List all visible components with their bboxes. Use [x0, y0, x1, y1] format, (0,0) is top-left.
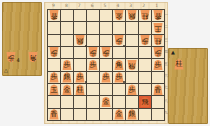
sente-piece-歩-1e[interactable]: 歩: [153, 60, 163, 71]
piece-kanji: 歩: [51, 72, 58, 82]
piece-kanji: 歩: [116, 72, 123, 82]
square-8e[interactable]: 歩: [61, 59, 73, 70]
file-coordinates: 987654321: [47, 3, 163, 8]
square-8d[interactable]: [61, 47, 73, 58]
square-4b[interactable]: [113, 22, 125, 33]
square-6g[interactable]: [87, 84, 99, 95]
shogi-kifu-viewer: 歩4角 △ 987654321 一二三四五六七八九 香金銀桂香王銀歩歩桂歩歩歩歩…: [0, 0, 210, 126]
square-4g[interactable]: [113, 84, 125, 95]
file-label-2: 2: [137, 3, 150, 8]
sente-piece-香-1g[interactable]: 香: [153, 84, 163, 95]
hoshi-dot: [123, 45, 125, 47]
sente-piece-桂-7g[interactable]: 桂: [75, 84, 85, 95]
piece-kanji: 銀: [77, 35, 84, 45]
square-9b[interactable]: [48, 22, 60, 33]
file-label-5: 5: [99, 3, 112, 8]
square-9f[interactable]: 歩: [48, 72, 60, 83]
gote-piece-stand: 歩4角 △: [2, 2, 42, 76]
file-label-9: 9: [47, 3, 60, 8]
piece-kanji: 王: [155, 23, 162, 33]
piece-kanji: 桂: [176, 59, 183, 69]
square-8c[interactable]: [61, 35, 73, 46]
square-1c[interactable]: 桂: [152, 35, 164, 46]
square-6b[interactable]: [87, 22, 99, 33]
square-2i[interactable]: [139, 109, 151, 120]
square-7i[interactable]: [74, 109, 86, 120]
square-7e[interactable]: [74, 59, 86, 70]
square-2a[interactable]: 桂: [139, 10, 151, 21]
file-label-3: 3: [124, 3, 137, 8]
sente-side-marker-icon: ▲: [171, 50, 175, 55]
sente-piece-歩-3g[interactable]: 歩: [127, 84, 137, 95]
sente-piece-歩-5f[interactable]: 歩: [101, 72, 111, 83]
square-9d[interactable]: 歩: [48, 47, 60, 58]
square-1f[interactable]: [152, 72, 164, 83]
square-9g[interactable]: 玉: [48, 84, 60, 95]
piece-kanji: 歩: [155, 60, 162, 70]
gote-piece-香-9a[interactable]: 香: [49, 10, 59, 21]
piece-kanji: 飛: [142, 97, 149, 107]
square-4i[interactable]: 金: [113, 109, 125, 120]
piece-kanji: 金: [116, 11, 123, 21]
square-7d[interactable]: [74, 47, 86, 58]
square-3e[interactable]: 飛: [126, 59, 138, 70]
square-3f[interactable]: [126, 72, 138, 83]
square-4h[interactable]: [113, 96, 125, 107]
square-6i[interactable]: [87, 109, 99, 120]
gote-piece-歩-9d[interactable]: 歩: [49, 47, 59, 58]
square-6h[interactable]: [87, 96, 99, 107]
gote-piece-歩-4c[interactable]: 歩: [114, 35, 124, 46]
gote-piece-歩-6d[interactable]: 歩: [88, 47, 98, 58]
square-7g[interactable]: 桂: [74, 84, 86, 95]
square-8b[interactable]: [61, 22, 73, 33]
square-5h[interactable]: 金: [100, 96, 112, 107]
board-grid: 香金銀桂香王銀歩歩桂歩歩歩歩歩歩角飛歩歩銀歩歩歩玉金桂歩香金飛香金銀: [47, 9, 165, 121]
piece-kanji: 歩: [155, 48, 162, 58]
square-5i[interactable]: [100, 109, 112, 120]
sente-piece-金-8g[interactable]: 金: [62, 84, 72, 95]
square-9e[interactable]: [48, 59, 60, 70]
square-7h[interactable]: [74, 96, 86, 107]
sente-piece-stand: ▲ 桂: [168, 48, 208, 124]
piece-kanji: 飛: [129, 60, 136, 70]
piece-kanji: 歩: [103, 48, 110, 58]
square-9h[interactable]: [48, 96, 60, 107]
square-5e[interactable]: [100, 59, 112, 70]
square-6a[interactable]: [87, 10, 99, 21]
hand-piece-count: 4: [17, 58, 20, 63]
gote-piece-歩-2c[interactable]: 歩: [140, 35, 150, 46]
shogi-board: 987654321 一二三四五六七八九 香金銀桂香王銀歩歩桂歩歩歩歩歩歩角飛歩歩…: [44, 2, 168, 124]
hoshi-dot: [123, 81, 125, 83]
sente-piece-歩-7f[interactable]: 歩: [75, 72, 85, 83]
square-5f[interactable]: 歩: [100, 72, 112, 83]
piece-kanji: 歩: [8, 52, 15, 62]
piece-kanji: 玉: [51, 85, 58, 95]
square-2d[interactable]: [139, 47, 151, 58]
piece-kanji: 歩: [64, 60, 71, 70]
square-8a[interactable]: [61, 10, 73, 21]
file-label-8: 8: [60, 3, 73, 8]
sente-hand-桂[interactable]: 桂: [174, 59, 184, 70]
sente-piece-玉-9g[interactable]: 玉: [49, 84, 59, 95]
square-1a[interactable]: 香: [152, 10, 164, 21]
square-9c[interactable]: [48, 35, 60, 46]
sente-piece-飛-2h[interactable]: 飛: [140, 97, 150, 108]
square-2e[interactable]: [139, 59, 151, 70]
file-label-1: 1: [150, 3, 163, 8]
sente-hand-piece-桂[interactable]: 桂: [174, 59, 184, 70]
gote-piece-金-4a[interactable]: 金: [114, 10, 124, 21]
piece-kanji: 銀: [129, 11, 136, 21]
square-1i[interactable]: [152, 109, 164, 120]
square-2h[interactable]: 飛: [139, 96, 151, 107]
gote-piece-香-1a[interactable]: 香: [153, 10, 163, 21]
square-3c[interactable]: [126, 35, 138, 46]
sente-piece-歩-8e[interactable]: 歩: [62, 60, 72, 71]
piece-kanji: 香: [155, 85, 162, 95]
square-2f[interactable]: [139, 72, 151, 83]
square-2c[interactable]: 歩: [139, 35, 151, 46]
square-3d[interactable]: [126, 47, 138, 58]
piece-kanji: 金: [103, 97, 110, 107]
gote-piece-歩-5d[interactable]: 歩: [101, 47, 111, 58]
gote-hand-piece-角[interactable]: 角: [28, 52, 38, 63]
square-5c[interactable]: [100, 35, 112, 46]
square-5d[interactable]: 歩: [100, 47, 112, 58]
gote-piece-銀-3a[interactable]: 銀: [127, 10, 137, 21]
square-6d[interactable]: 歩: [87, 47, 99, 58]
square-9a[interactable]: 香: [48, 10, 60, 21]
square-3h[interactable]: [126, 96, 138, 107]
square-2g[interactable]: [139, 84, 151, 95]
square-7b[interactable]: [74, 22, 86, 33]
piece-kanji: 角: [30, 52, 37, 62]
piece-kanji: 香: [51, 11, 58, 21]
file-label-6: 6: [86, 3, 99, 8]
square-8i[interactable]: [61, 109, 73, 120]
gote-piece-王-1b[interactable]: 王: [153, 23, 163, 34]
piece-kanji: 歩: [129, 85, 136, 95]
piece-kanji: 金: [64, 85, 71, 95]
square-3g[interactable]: 歩: [126, 84, 138, 95]
gote-hand-歩[interactable]: 歩4: [6, 52, 20, 63]
piece-kanji: 香: [51, 109, 58, 119]
sente-piece-香-9i[interactable]: 香: [49, 109, 59, 120]
square-8h[interactable]: [61, 96, 73, 107]
piece-kanji: 歩: [51, 48, 58, 58]
piece-kanji: 銀: [129, 109, 136, 119]
gote-hand-piece-歩[interactable]: 歩: [6, 52, 16, 63]
square-9i[interactable]: 香: [48, 109, 60, 120]
piece-kanji: 角: [116, 60, 123, 70]
piece-kanji: 金: [116, 109, 123, 119]
square-6e[interactable]: 歩: [87, 59, 99, 70]
file-label-4: 4: [111, 3, 124, 8]
square-8g[interactable]: 金: [61, 84, 73, 95]
piece-kanji: 桂: [142, 11, 149, 21]
gote-piece-銀-7c[interactable]: 銀: [75, 35, 85, 46]
piece-kanji: 桂: [77, 85, 84, 95]
square-5a[interactable]: [100, 10, 112, 21]
square-1e[interactable]: 歩: [152, 59, 164, 70]
piece-kanji: 歩: [103, 72, 110, 82]
piece-kanji: 歩: [90, 60, 97, 70]
sente-piece-銀-3i[interactable]: 銀: [127, 109, 137, 120]
sente-piece-歩-9f[interactable]: 歩: [49, 72, 59, 83]
square-1g[interactable]: 香: [152, 84, 164, 95]
square-3i[interactable]: 銀: [126, 109, 138, 120]
square-7c[interactable]: 銀: [74, 35, 86, 46]
square-1b[interactable]: 王: [152, 22, 164, 33]
gote-piece-桂-1c[interactable]: 桂: [153, 35, 163, 46]
piece-kanji: 歩: [77, 72, 84, 82]
square-3b[interactable]: [126, 22, 138, 33]
piece-kanji: 歩: [116, 35, 123, 45]
square-5b[interactable]: [100, 22, 112, 33]
gote-piece-桂-2a[interactable]: 桂: [140, 10, 150, 21]
square-6c[interactable]: [87, 35, 99, 46]
sente-piece-金-4i[interactable]: 金: [114, 109, 124, 120]
sente-piece-角-4e[interactable]: 角: [114, 60, 124, 71]
gote-piece-飛-3e[interactable]: 飛: [127, 60, 137, 71]
hoshi-dot: [85, 45, 87, 47]
square-6f[interactable]: [87, 72, 99, 83]
square-5g[interactable]: [100, 84, 112, 95]
piece-kanji: 歩: [142, 35, 149, 45]
square-8f[interactable]: 銀: [61, 72, 73, 83]
file-label-7: 7: [73, 3, 86, 8]
gote-piece-歩-1d[interactable]: 歩: [153, 47, 163, 58]
square-1d[interactable]: 歩: [152, 47, 164, 58]
square-3a[interactable]: 銀: [126, 10, 138, 21]
piece-kanji: 香: [155, 11, 162, 21]
square-1h[interactable]: [152, 96, 164, 107]
piece-kanji: 歩: [90, 48, 97, 58]
square-4a[interactable]: 金: [113, 10, 125, 21]
square-2b[interactable]: [139, 22, 151, 33]
gote-side-marker-icon: △: [4, 68, 8, 73]
square-4e[interactable]: 角: [113, 59, 125, 70]
square-4d[interactable]: [113, 47, 125, 58]
hoshi-dot: [85, 81, 87, 83]
sente-piece-歩-6e[interactable]: 歩: [88, 60, 98, 71]
piece-kanji: 銀: [64, 72, 71, 82]
gote-hand-角[interactable]: 角: [28, 52, 38, 63]
sente-piece-銀-8f[interactable]: 銀: [62, 72, 72, 83]
square-7a[interactable]: [74, 10, 86, 21]
sente-piece-金-5h[interactable]: 金: [101, 97, 111, 108]
piece-kanji: 桂: [155, 35, 162, 45]
